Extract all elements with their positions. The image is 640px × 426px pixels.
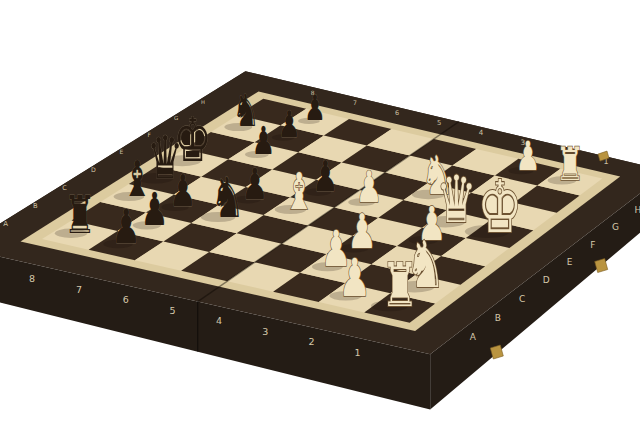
- piece-white-B-d5: ♝: [284, 163, 315, 221]
- piece-glyph-b7: ♟: [141, 183, 169, 235]
- rank-label-left-3: 3: [262, 326, 268, 337]
- piece-black-P-b7: ♟: [141, 183, 169, 235]
- file-label-near-E: E: [567, 257, 573, 267]
- file-label-far-B: B: [33, 202, 38, 210]
- file-label-near-A: A: [470, 332, 477, 342]
- rank-label-left-2: 2: [308, 336, 314, 347]
- piece-white-R-h1: ♜: [556, 137, 585, 191]
- piece-black-P-a7: ♟: [112, 199, 141, 255]
- piece-white-P-a2: ♟: [339, 247, 371, 309]
- piece-glyph-c7: ♟: [169, 166, 196, 217]
- rank-label-left-8: 8: [29, 273, 35, 284]
- piece-black-R-a8: ♜: [64, 184, 96, 246]
- piece-white-K-e1: ♚: [477, 164, 522, 249]
- piece-black-P-c7: ♟: [169, 166, 196, 217]
- piece-glyph-a8: ♜: [64, 184, 96, 246]
- rank-label-left-5: 5: [169, 305, 175, 316]
- piece-glyph-a2: ♟: [339, 247, 371, 309]
- piece-glyph-f7: ♟: [252, 118, 276, 163]
- rank-label-left-4: 4: [216, 315, 222, 326]
- piece-black-P-h7: ♟: [304, 87, 326, 128]
- file-label-near-F: F: [590, 240, 595, 250]
- rank-label-right-7: 7: [353, 99, 357, 106]
- file-label-near-B: B: [495, 313, 501, 323]
- piece-glyph-e5: ♟: [312, 152, 338, 202]
- piece-glyph-d5: ♝: [284, 163, 315, 221]
- piece-glyph-a1: ♜: [381, 250, 418, 320]
- piece-black-P-f7: ♟: [252, 118, 276, 163]
- rank-label-left-1: 1: [354, 347, 360, 358]
- piece-black-P-g7: ♟: [278, 103, 301, 145]
- piece-white-R-a1: ♜: [381, 250, 418, 320]
- chess-board-photo: AABBCCDDEEFFGGHH1122334455667788♟♞♟♟♚♟♛♜…: [0, 0, 640, 426]
- file-label-far-D: D: [91, 166, 96, 173]
- rank-label-right-4: 4: [479, 128, 484, 137]
- rank-label-left-7: 7: [76, 284, 82, 295]
- file-label-near-D: D: [543, 275, 550, 285]
- file-label-near-H: H: [635, 205, 640, 215]
- rank-label-right-6: 6: [395, 109, 399, 117]
- piece-glyph-c6: ♞: [211, 164, 246, 229]
- file-label-near-G: G: [612, 222, 619, 232]
- piece-glyph-e1: ♚: [477, 164, 522, 249]
- rank-label-left-6: 6: [123, 294, 129, 305]
- piece-glyph-h7: ♟: [304, 87, 326, 128]
- piece-glyph-g7: ♟: [278, 103, 301, 145]
- piece-black-N-c6: ♞: [211, 164, 246, 229]
- piece-glyph-a7: ♟: [112, 199, 141, 255]
- file-label-far-A: A: [3, 220, 8, 228]
- piece-glyph-d6: ♟: [241, 159, 268, 209]
- file-label-near-C: C: [519, 294, 525, 304]
- piece-glyph-h1: ♜: [556, 137, 585, 191]
- piece-black-P-d6: ♟: [241, 159, 268, 209]
- chess-set-photo-scene: AABBCCDDEEFFGGHH1122334455667788♟♞♟♟♚♟♛♜…: [0, 0, 640, 426]
- rank-label-right-5: 5: [437, 119, 441, 127]
- piece-black-P-e5: ♟: [312, 152, 338, 202]
